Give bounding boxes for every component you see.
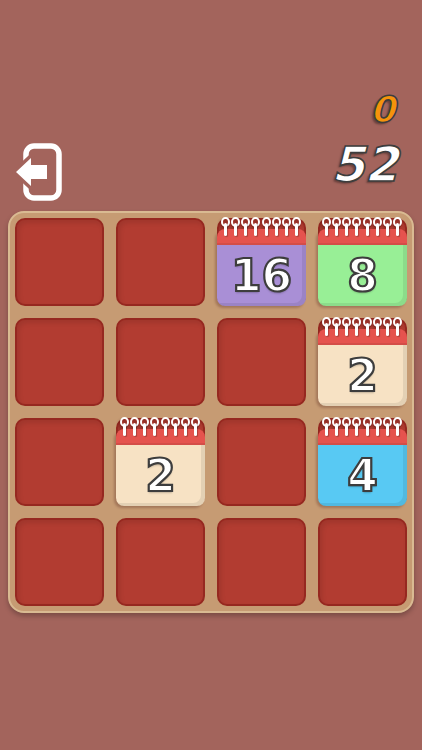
tile-number: 8 [347, 254, 378, 298]
tile-2: 2 [116, 429, 205, 506]
tile-body: 4 [318, 445, 407, 506]
secondary-counter: 0 [370, 92, 395, 128]
tile-body: 8 [318, 245, 407, 306]
exit-button[interactable] [12, 140, 66, 204]
tile-body: 2 [116, 445, 205, 506]
cell-r3c1 [15, 418, 104, 506]
tile-number: 2 [145, 454, 176, 498]
cell-r1c1 [15, 218, 104, 306]
tile-header [318, 329, 407, 345]
cell-r3c4: 4 [318, 418, 407, 506]
tile-header [318, 229, 407, 245]
board-grid[interactable]: 168224 [8, 211, 414, 613]
cell-r3c2: 2 [116, 418, 205, 506]
tile-number: 16 [231, 254, 292, 298]
tile-body: 16 [217, 245, 306, 306]
cell-r1c3: 16 [217, 218, 306, 306]
game-screen: 0 52 168224 [0, 0, 422, 750]
cell-r1c4: 8 [318, 218, 407, 306]
tile-number: 2 [347, 354, 378, 398]
cell-r2c3 [217, 318, 306, 406]
tile-number: 4 [347, 454, 378, 498]
cell-r2c2 [116, 318, 205, 406]
cell-r4c1 [15, 518, 104, 606]
cell-r2c4: 2 [318, 318, 407, 406]
tile-8: 8 [318, 229, 407, 306]
tile-header [116, 429, 205, 445]
tile-16: 16 [217, 229, 306, 306]
tile-2: 2 [318, 329, 407, 406]
cell-r2c1 [15, 318, 104, 406]
cell-r3c3 [217, 418, 306, 506]
tile-header [217, 229, 306, 245]
cell-r4c3 [217, 518, 306, 606]
tile-header [318, 429, 407, 445]
cell-r4c2 [116, 518, 205, 606]
exit-icon [12, 140, 66, 204]
cell-r4c4 [318, 518, 407, 606]
tile-body: 2 [318, 345, 407, 406]
score-value: 52 [331, 140, 398, 188]
tile-4: 4 [318, 429, 407, 506]
cell-r1c2 [116, 218, 205, 306]
